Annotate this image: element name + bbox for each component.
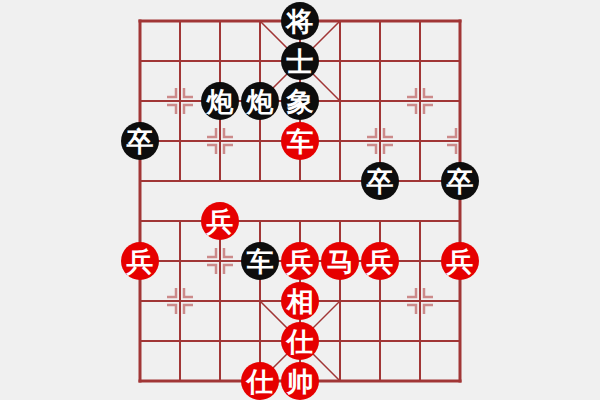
piece-black-chariot[interactable]: 车 [241, 242, 279, 280]
board-cell: 车 [240, 241, 280, 281]
board-cell: 士 [280, 41, 320, 81]
piece-black-elephant[interactable]: 象 [281, 82, 319, 120]
board-cell: 兵 [120, 241, 160, 281]
board-cell: 相 [280, 281, 320, 321]
board-cell: 卒 [440, 161, 480, 201]
piece-grid[interactable]: 将士炮炮象卒车卒卒兵兵车兵马兵兵相仕仕帅 [120, 1, 480, 400]
piece-red-general[interactable]: 帅 [281, 362, 319, 400]
board-cell: 炮 [200, 81, 240, 121]
piece-black-soldier[interactable]: 卒 [441, 162, 479, 200]
board-cell: 炮 [240, 81, 280, 121]
board-cell: 车 [280, 121, 320, 161]
piece-red-advisor[interactable]: 仕 [281, 322, 319, 360]
board-cell: 兵 [360, 241, 400, 281]
board-cell: 仕 [240, 361, 280, 400]
xiangqi-board[interactable]: 将士炮炮象卒车卒卒兵兵车兵马兵兵相仕仕帅 [120, 1, 480, 400]
piece-black-soldier[interactable]: 卒 [361, 162, 399, 200]
piece-red-soldier[interactable]: 兵 [201, 202, 239, 240]
piece-red-chariot[interactable]: 车 [281, 122, 319, 160]
piece-red-elephant[interactable]: 相 [281, 282, 319, 320]
board-cell: 马 [320, 241, 360, 281]
piece-red-horse[interactable]: 马 [321, 242, 359, 280]
piece-black-cannon[interactable]: 炮 [241, 82, 279, 120]
piece-black-advisor[interactable]: 士 [281, 42, 319, 80]
piece-black-soldier[interactable]: 卒 [121, 122, 159, 160]
board-cell: 象 [280, 81, 320, 121]
piece-black-general[interactable]: 将 [281, 2, 319, 40]
piece-red-soldier[interactable]: 兵 [441, 242, 479, 280]
board-cell: 兵 [440, 241, 480, 281]
board-cell: 卒 [120, 121, 160, 161]
piece-red-soldier[interactable]: 兵 [281, 242, 319, 280]
piece-red-soldier[interactable]: 兵 [121, 242, 159, 280]
piece-black-cannon[interactable]: 炮 [201, 82, 239, 120]
board-cell: 仕 [280, 321, 320, 361]
board-cell: 帅 [280, 361, 320, 400]
xiangqi-screenshot: { "game": "xiangqi", "position": { "fen"… [0, 0, 600, 400]
board-cell: 将 [280, 1, 320, 41]
piece-red-advisor[interactable]: 仕 [241, 362, 279, 400]
board-cell: 卒 [360, 161, 400, 201]
board-cell: 兵 [280, 241, 320, 281]
piece-red-soldier[interactable]: 兵 [361, 242, 399, 280]
board-cell: 兵 [200, 201, 240, 241]
